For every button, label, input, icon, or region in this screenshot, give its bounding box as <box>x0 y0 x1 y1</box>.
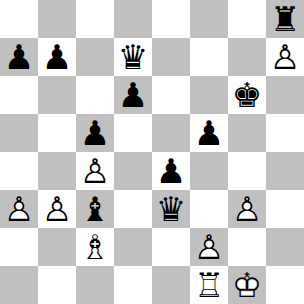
square-f2[interactable]: ♟♙ <box>190 228 228 266</box>
square-c6[interactable] <box>76 76 114 114</box>
square-g3[interactable]: ♟♙ <box>228 190 266 228</box>
square-c4[interactable]: ♟♙ <box>76 152 114 190</box>
black-pawn-icon: ♟ <box>76 114 114 152</box>
white-pawn-icon: ♙ <box>228 190 266 228</box>
square-e2[interactable] <box>152 228 190 266</box>
square-a7[interactable]: ♟ <box>0 38 38 76</box>
square-g4[interactable] <box>228 152 266 190</box>
square-a5[interactable] <box>0 114 38 152</box>
white-pawn-fill: ♟ <box>228 190 266 228</box>
square-a8[interactable] <box>0 0 38 38</box>
square-f4[interactable] <box>190 152 228 190</box>
square-c7[interactable] <box>76 38 114 76</box>
square-b5[interactable] <box>38 114 76 152</box>
square-b7[interactable]: ♟ <box>38 38 76 76</box>
square-h5[interactable] <box>266 114 304 152</box>
square-h3[interactable] <box>266 190 304 228</box>
square-d7[interactable]: ♛ <box>114 38 152 76</box>
white-pawn-fill: ♟ <box>0 190 38 228</box>
square-g8[interactable] <box>228 0 266 38</box>
square-f8[interactable] <box>190 0 228 38</box>
square-b2[interactable] <box>38 228 76 266</box>
square-f3[interactable] <box>190 190 228 228</box>
square-b4[interactable] <box>38 152 76 190</box>
square-h6[interactable] <box>266 76 304 114</box>
chessboard-container: ♜♟♟♛♟♙♟♚♟♟♟♙♟♟♙♟♙♝♛♟♙♝♗♟♙♜♖♚♔ <box>0 0 304 304</box>
square-d5[interactable] <box>114 114 152 152</box>
black-king-icon: ♚ <box>228 76 266 114</box>
square-g6[interactable]: ♚ <box>228 76 266 114</box>
white-pawn-fill: ♟ <box>38 190 76 228</box>
square-c2[interactable]: ♝♗ <box>76 228 114 266</box>
square-b1[interactable] <box>38 266 76 304</box>
square-a4[interactable] <box>0 152 38 190</box>
square-h2[interactable] <box>266 228 304 266</box>
white-bishop-icon: ♗ <box>76 228 114 266</box>
square-d8[interactable] <box>114 0 152 38</box>
black-queen-icon: ♛ <box>152 190 190 228</box>
square-e5[interactable] <box>152 114 190 152</box>
square-b8[interactable] <box>38 0 76 38</box>
square-d4[interactable] <box>114 152 152 190</box>
square-a6[interactable] <box>0 76 38 114</box>
white-pawn-icon: ♙ <box>190 228 228 266</box>
square-e4[interactable]: ♟ <box>152 152 190 190</box>
black-pawn-icon: ♟ <box>0 38 38 76</box>
square-d2[interactable] <box>114 228 152 266</box>
square-h8[interactable]: ♜ <box>266 0 304 38</box>
white-rook-fill: ♜ <box>190 266 228 304</box>
square-g7[interactable] <box>228 38 266 76</box>
square-b3[interactable]: ♟♙ <box>38 190 76 228</box>
square-g1[interactable]: ♚♔ <box>228 266 266 304</box>
square-e6[interactable] <box>152 76 190 114</box>
black-bishop-icon: ♝ <box>76 190 114 228</box>
square-c3[interactable]: ♝ <box>76 190 114 228</box>
square-c5[interactable]: ♟ <box>76 114 114 152</box>
square-h4[interactable] <box>266 152 304 190</box>
black-queen-icon: ♛ <box>114 38 152 76</box>
chess-board: ♜♟♟♛♟♙♟♚♟♟♟♙♟♟♙♟♙♝♛♟♙♝♗♟♙♜♖♚♔ <box>0 0 304 304</box>
white-pawn-icon: ♙ <box>266 38 304 76</box>
white-pawn-fill: ♟ <box>266 38 304 76</box>
square-f6[interactable] <box>190 76 228 114</box>
white-king-icon: ♔ <box>228 266 266 304</box>
white-pawn-icon: ♙ <box>38 190 76 228</box>
square-c8[interactable] <box>76 0 114 38</box>
black-rook-icon: ♜ <box>266 0 304 38</box>
black-pawn-icon: ♟ <box>114 76 152 114</box>
square-g5[interactable] <box>228 114 266 152</box>
square-h7[interactable]: ♟♙ <box>266 38 304 76</box>
square-a1[interactable] <box>0 266 38 304</box>
square-e7[interactable] <box>152 38 190 76</box>
white-bishop-fill: ♝ <box>76 228 114 266</box>
square-e3[interactable]: ♛ <box>152 190 190 228</box>
square-f1[interactable]: ♜♖ <box>190 266 228 304</box>
square-d1[interactable] <box>114 266 152 304</box>
black-pawn-icon: ♟ <box>38 38 76 76</box>
square-b6[interactable] <box>38 76 76 114</box>
square-f7[interactable] <box>190 38 228 76</box>
square-e1[interactable] <box>152 266 190 304</box>
black-pawn-icon: ♟ <box>152 152 190 190</box>
square-g2[interactable] <box>228 228 266 266</box>
square-d6[interactable]: ♟ <box>114 76 152 114</box>
square-h1[interactable] <box>266 266 304 304</box>
white-pawn-icon: ♙ <box>76 152 114 190</box>
white-pawn-icon: ♙ <box>0 190 38 228</box>
square-a3[interactable]: ♟♙ <box>0 190 38 228</box>
white-pawn-fill: ♟ <box>76 152 114 190</box>
white-king-fill: ♚ <box>228 266 266 304</box>
black-pawn-icon: ♟ <box>190 114 228 152</box>
white-rook-icon: ♖ <box>190 266 228 304</box>
square-d3[interactable] <box>114 190 152 228</box>
white-pawn-fill: ♟ <box>190 228 228 266</box>
square-a2[interactable] <box>0 228 38 266</box>
square-f5[interactable]: ♟ <box>190 114 228 152</box>
square-e8[interactable] <box>152 0 190 38</box>
square-c1[interactable] <box>76 266 114 304</box>
